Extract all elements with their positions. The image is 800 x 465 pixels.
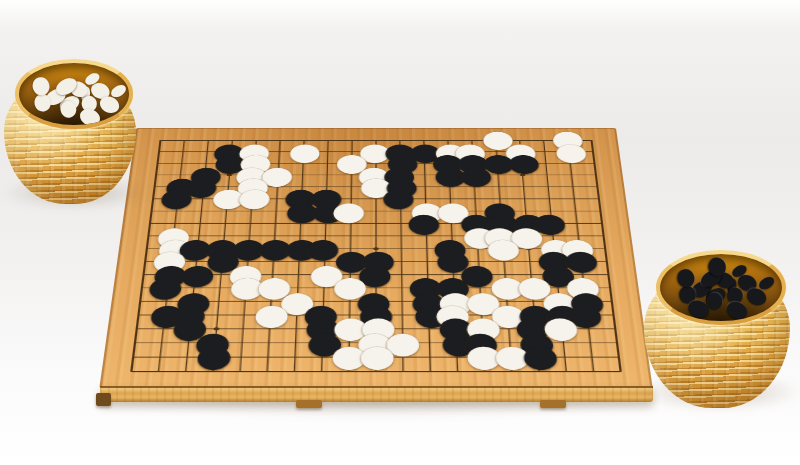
- black-stone: ●: [194, 341, 234, 371]
- bowl-stones: ●●●●●●●●●●●●●●●●: [660, 254, 783, 321]
- black-stone: ●: [158, 184, 195, 210]
- board-foot: [296, 400, 322, 408]
- black-bowl-stone: ●: [684, 294, 715, 323]
- black-stone-bowl: ●●●●●●●●●●●●●●●●: [644, 248, 790, 408]
- go-board: ●●●●●●●●●●●●●●●●●●●●●●●●●●●●●●●●●●●●●●●●…: [99, 128, 652, 388]
- board-surface: ●●●●●●●●●●●●●●●●●●●●●●●●●●●●●●●●●●●●●●●●…: [99, 128, 652, 388]
- board-front-edge: [100, 386, 653, 402]
- white-stone: ●: [358, 341, 396, 371]
- white-stone: ●: [236, 184, 272, 210]
- black-stone: ●: [458, 163, 494, 188]
- white-stone: ●: [252, 300, 290, 329]
- bowl-opening: ●●●●●●●●●●●●●●: [15, 59, 134, 128]
- white-stone: ●: [553, 139, 589, 163]
- white-stone: ●: [331, 198, 366, 224]
- white-stone-bowl: ●●●●●●●●●●●●●●: [4, 58, 136, 204]
- black-stone: ●: [506, 150, 542, 175]
- board-foot: [96, 393, 111, 406]
- photo-scene: ●●●●●●●●●●●●●●●●●●●●●●●●●●●●●●●●●●●●●●●●…: [0, 0, 800, 465]
- black-stone: ●: [520, 341, 560, 371]
- board-foot: [540, 400, 566, 408]
- bowl-opening: ●●●●●●●●●●●●●●●●: [656, 250, 787, 325]
- bowl-stones: ●●●●●●●●●●●●●●: [19, 63, 130, 124]
